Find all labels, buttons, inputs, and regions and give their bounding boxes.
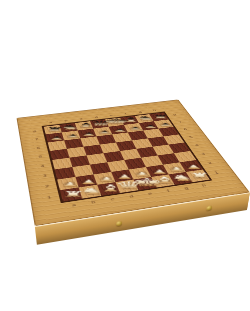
brass-fitting-icon [117, 221, 123, 226]
chess-board: aabbccddeeffgghh1122334455667788 ♜♞♝♛♚♝♞… [17, 100, 250, 227]
piece-glyph: ♜ [36, 127, 71, 132]
piece-glyph: ♟ [38, 136, 73, 140]
chess-set-product-photo: aabbccddeeffgghh1122334455667788 ♜♞♝♛♚♝♞… [0, 0, 250, 311]
brass-fitting-icon [206, 205, 212, 210]
